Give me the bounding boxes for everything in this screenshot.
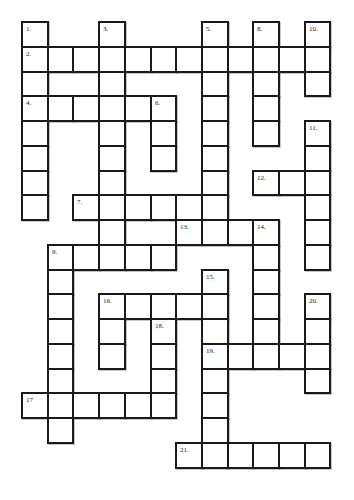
cell-r13c1[interactable] (47, 343, 74, 370)
cell-r7c4[interactable] (124, 194, 152, 221)
cell-r6c9[interactable]: 12. (252, 170, 280, 196)
cell-r10c1[interactable] (47, 269, 74, 295)
clue-number: 14. (257, 224, 266, 231)
cell-r3c9[interactable] (252, 95, 280, 122)
cell-r2c9[interactable] (252, 71, 280, 97)
cell-r1c11[interactable] (304, 46, 331, 73)
cell-r8c6[interactable]: 13. (175, 219, 203, 246)
cell-r14c1[interactable] (47, 368, 74, 394)
cell-r5c7[interactable] (201, 145, 229, 172)
cell-r6c7[interactable] (201, 170, 229, 196)
cell-r11c11[interactable]: 20. (304, 293, 331, 320)
cell-r9c5[interactable] (150, 244, 177, 271)
cell-r0c9[interactable]: 8. (252, 21, 280, 48)
cell-r7c3[interactable] (98, 194, 126, 221)
cell-r4c0[interactable] (21, 120, 49, 147)
cell-r1c8[interactable] (227, 46, 254, 73)
cell-r9c1[interactable]: 9. (47, 244, 74, 271)
crossword-page: 1.3.5.8.10.2.4.6.11.12.7.13.14.9.15.16.2… (0, 0, 354, 500)
cell-r9c4[interactable] (124, 244, 152, 271)
cell-r0c3[interactable]: 3. (98, 21, 126, 48)
cell-r3c5[interactable]: 6. (150, 95, 177, 122)
clue-number: 15. (206, 274, 215, 281)
clue-number: 3. (103, 26, 108, 33)
clue-number: 6. (155, 100, 160, 107)
clue-number: 13. (180, 224, 189, 231)
cell-r11c4[interactable] (124, 293, 152, 320)
clue-number: 20. (309, 298, 318, 305)
cell-r16c7[interactable] (201, 417, 229, 444)
cell-r3c7[interactable] (201, 95, 229, 122)
cell-r15c4[interactable] (124, 392, 152, 419)
cell-r9c9[interactable] (252, 244, 280, 271)
cell-r15c0[interactable]: 17 (21, 392, 49, 419)
cell-r17c10[interactable] (278, 442, 306, 469)
cell-r7c7[interactable] (201, 194, 229, 221)
cell-r1c7[interactable] (201, 46, 229, 73)
cell-r1c4[interactable] (124, 46, 152, 73)
clue-number: 19. (206, 348, 215, 355)
cell-r11c6[interactable] (175, 293, 203, 320)
clue-number: 4. (26, 100, 31, 107)
cell-r3c1[interactable] (47, 95, 74, 122)
cell-r7c2[interactable]: 7. (72, 194, 100, 221)
cell-r8c11[interactable] (304, 219, 331, 246)
cell-r1c9[interactable] (252, 46, 280, 73)
cell-r13c7[interactable]: 19. (201, 343, 229, 370)
cell-r8c7[interactable] (201, 219, 229, 246)
cell-r3c2[interactable] (72, 95, 100, 122)
cell-r13c10[interactable] (278, 343, 306, 370)
cell-r13c8[interactable] (227, 343, 254, 370)
cell-r10c9[interactable] (252, 269, 280, 295)
cell-r4c9[interactable] (252, 120, 280, 147)
clue-number: 2. (26, 51, 31, 58)
cell-r12c3[interactable] (98, 318, 126, 345)
cell-r6c11[interactable] (304, 170, 331, 196)
clue-number: 8. (257, 26, 262, 33)
cell-r14c11[interactable] (304, 368, 331, 394)
cell-r1c6[interactable] (175, 46, 203, 73)
cell-r7c5[interactable] (150, 194, 177, 221)
cell-r1c1[interactable] (47, 46, 74, 73)
cell-r8c3[interactable] (98, 219, 126, 246)
cell-r5c5[interactable] (150, 145, 177, 172)
cell-r1c3[interactable] (98, 46, 126, 73)
cell-r15c5[interactable] (150, 392, 177, 419)
cell-r1c0[interactable]: 2. (21, 46, 49, 73)
cell-r15c7[interactable] (201, 392, 229, 419)
cell-r17c9[interactable] (252, 442, 280, 469)
cell-r15c2[interactable] (72, 392, 100, 419)
clue-number: 10. (309, 26, 318, 33)
cell-r13c9[interactable] (252, 343, 280, 370)
cell-r8c9[interactable]: 14. (252, 219, 280, 246)
cell-r5c11[interactable] (304, 145, 331, 172)
clue-number: 11. (309, 125, 318, 132)
cell-r0c0[interactable]: 1. (21, 21, 49, 48)
cell-r4c3[interactable] (98, 120, 126, 147)
cell-r4c5[interactable] (150, 120, 177, 147)
cell-r13c5[interactable] (150, 343, 177, 370)
cell-r2c0[interactable] (21, 71, 49, 97)
clue-number: 5. (206, 26, 211, 33)
cell-r2c11[interactable] (304, 71, 331, 97)
cell-r5c3[interactable] (98, 145, 126, 172)
cell-r3c4[interactable] (124, 95, 152, 122)
cell-r17c7[interactable] (201, 442, 229, 469)
cell-r15c3[interactable] (98, 392, 126, 419)
cell-r12c9[interactable] (252, 318, 280, 345)
cell-r11c9[interactable] (252, 293, 280, 320)
cell-r12c7[interactable] (201, 318, 229, 345)
cell-r10c7[interactable]: 15. (201, 269, 229, 295)
cell-r1c2[interactable] (72, 46, 100, 73)
cell-r11c1[interactable] (47, 293, 74, 320)
clue-number: 18. (155, 323, 164, 330)
cell-r9c11[interactable] (304, 244, 331, 271)
clue-number: 16. (103, 298, 112, 305)
clue-number: 12. (257, 175, 266, 182)
cell-r6c0[interactable] (21, 170, 49, 196)
cell-r13c11[interactable] (304, 343, 331, 370)
cell-r1c10[interactable] (278, 46, 306, 73)
cell-r17c6[interactable]: 21. (175, 442, 203, 469)
cell-r12c1[interactable] (47, 318, 74, 345)
cell-r6c3[interactable] (98, 170, 126, 196)
cell-r15c1[interactable] (47, 392, 74, 419)
clue-number: 1. (26, 26, 31, 33)
cell-r12c11[interactable] (304, 318, 331, 345)
cell-r12c5[interactable]: 18. (150, 318, 177, 345)
cell-r11c5[interactable] (150, 293, 177, 320)
cell-r7c0[interactable] (21, 194, 49, 221)
cell-r7c11[interactable] (304, 194, 331, 221)
cell-r17c11[interactable] (304, 442, 331, 469)
cell-r9c2[interactable] (72, 244, 100, 271)
clue-number: 7. (77, 199, 82, 206)
cell-r1c5[interactable] (150, 46, 177, 73)
cell-r6c10[interactable] (278, 170, 306, 196)
cell-r4c11[interactable]: 11. (304, 120, 331, 147)
cell-r2c3[interactable] (98, 71, 126, 97)
cell-r11c3[interactable]: 16. (98, 293, 126, 320)
clue-number: 17 (26, 397, 33, 404)
cell-r3c3[interactable] (98, 95, 126, 122)
clue-number: 9. (52, 249, 57, 256)
crossword-grid: 1.3.5.8.10.2.4.6.11.12.7.13.14.9.15.16.2… (0, 0, 354, 500)
cell-r0c7[interactable]: 5. (201, 21, 229, 48)
cell-r14c7[interactable] (201, 368, 229, 394)
cell-r7c6[interactable] (175, 194, 203, 221)
cell-r4c7[interactable] (201, 120, 229, 147)
cell-r14c5[interactable] (150, 368, 177, 394)
cell-r8c8[interactable] (227, 219, 254, 246)
cell-r3c0[interactable]: 4. (21, 95, 49, 122)
cell-r2c7[interactable] (201, 71, 229, 97)
clue-number: 21. (180, 447, 189, 454)
cell-r13c3[interactable] (98, 343, 126, 370)
cell-r11c7[interactable] (201, 293, 229, 320)
cell-r5c0[interactable] (21, 145, 49, 172)
cell-r9c3[interactable] (98, 244, 126, 271)
cell-r17c8[interactable] (227, 442, 254, 469)
cell-r16c1[interactable] (47, 417, 74, 444)
cell-r0c11[interactable]: 10. (304, 21, 331, 48)
